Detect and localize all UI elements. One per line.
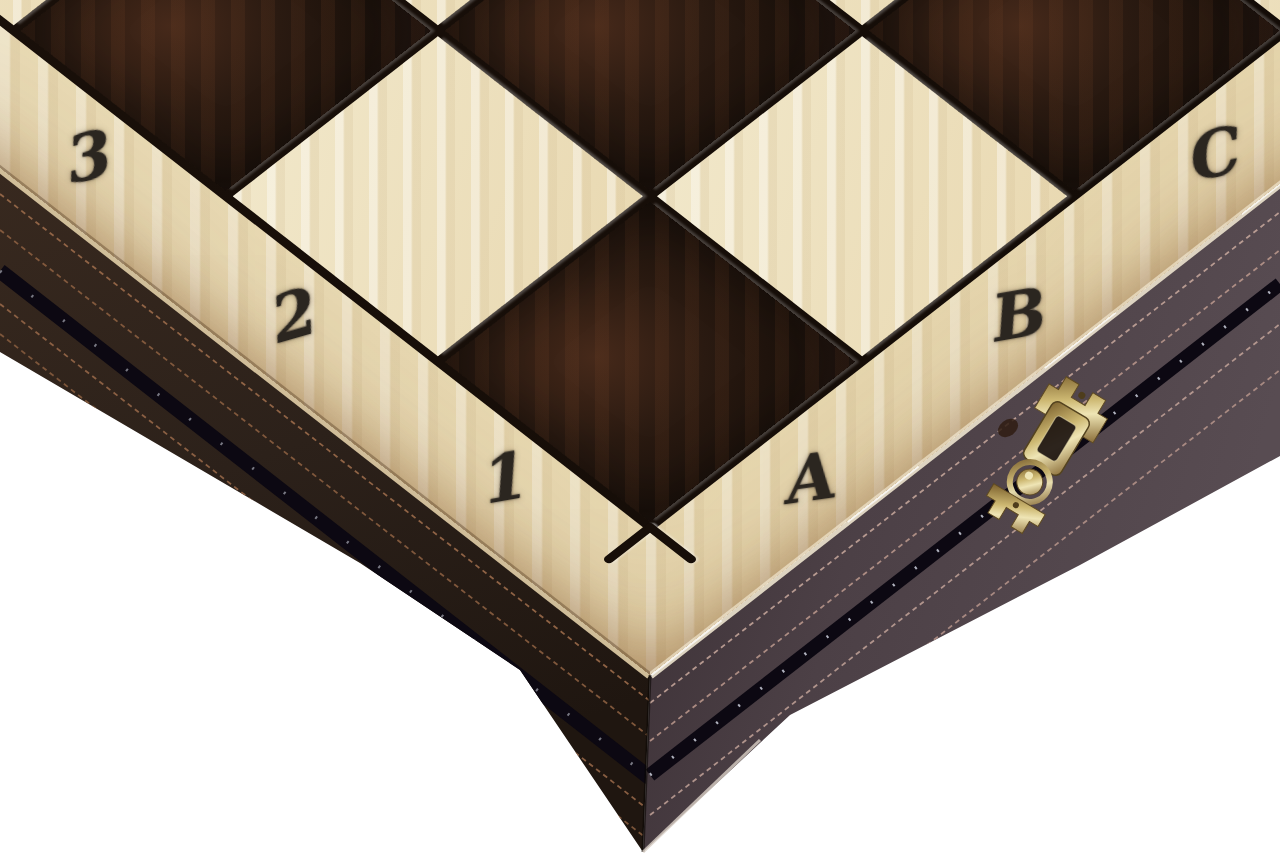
latch-screw [1077, 391, 1087, 401]
brass-latch [976, 371, 1115, 541]
wood-knot [994, 415, 1021, 441]
latch-layer [0, 0, 1280, 853]
chess-box-corner-photo: 123ABC [0, 0, 1280, 853]
